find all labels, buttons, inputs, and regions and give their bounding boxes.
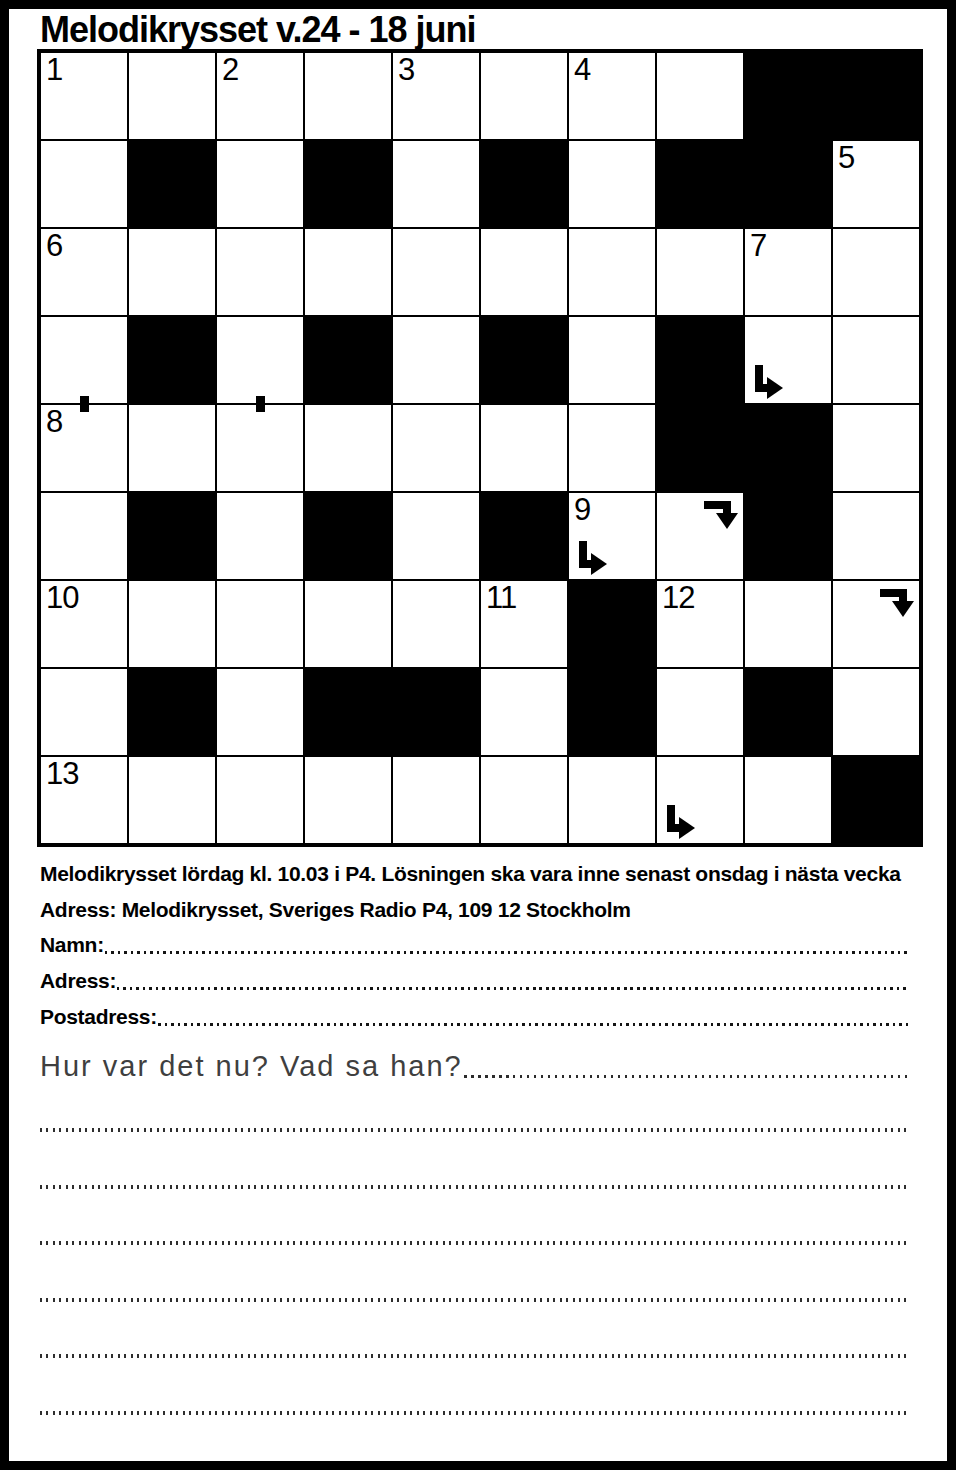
cell-r8c4[interactable]: [392, 756, 480, 844]
cell-r3c8[interactable]: [744, 316, 832, 404]
cell-r6c0[interactable]: 10: [40, 580, 128, 668]
clue-number-7: 7: [750, 230, 766, 263]
mailing-address-line: Adress: Melodikrysset, Sveriges Radio P4…: [40, 898, 631, 922]
clue-number-11: 11: [486, 582, 516, 615]
black-cell-r3c7: [656, 316, 744, 404]
cell-r5c4[interactable]: [392, 492, 480, 580]
crossword-grid: 12345678910111213: [37, 49, 923, 847]
black-cell-r0c9: [832, 52, 920, 140]
cell-r5c7[interactable]: [656, 492, 744, 580]
cell-r6c5[interactable]: 11: [480, 580, 568, 668]
cell-r4c9[interactable]: [832, 404, 920, 492]
clue-number-13: 13: [46, 758, 78, 791]
cell-r7c7[interactable]: [656, 668, 744, 756]
cell-r6c1[interactable]: [128, 580, 216, 668]
name-field-row: Namn:: [40, 932, 908, 957]
arrow-right-then-down-icon: [703, 496, 739, 532]
clue-number-3: 3: [398, 54, 414, 87]
cell-r2c0[interactable]: 6: [40, 228, 128, 316]
answer-write-in-line-3[interactable]: [40, 1241, 908, 1245]
cell-r4c3[interactable]: [304, 404, 392, 492]
cell-r3c4[interactable]: [392, 316, 480, 404]
black-cell-r3c5: [480, 316, 568, 404]
cell-r8c2[interactable]: [216, 756, 304, 844]
cell-r2c1[interactable]: [128, 228, 216, 316]
word-divider-tick: [80, 396, 89, 412]
black-cell-r7c4: [392, 668, 480, 756]
question-row: Hur var det nu? Vad sa han?: [40, 1050, 908, 1083]
cell-r4c0[interactable]: 8: [40, 404, 128, 492]
cell-r3c2[interactable]: [216, 316, 304, 404]
black-cell-r7c3: [304, 668, 392, 756]
clue-number-10: 10: [46, 582, 78, 615]
black-cell-r5c8: [744, 492, 832, 580]
cell-r4c5[interactable]: [480, 404, 568, 492]
answer-write-in-line-4[interactable]: [40, 1298, 908, 1302]
cell-r5c0[interactable]: [40, 492, 128, 580]
cell-r5c9[interactable]: [832, 492, 920, 580]
arrow-right-then-down-icon: [879, 584, 915, 620]
cell-r0c5[interactable]: [480, 52, 568, 140]
cell-r7c0[interactable]: [40, 668, 128, 756]
black-cell-r5c5: [480, 492, 568, 580]
cell-r4c1[interactable]: [128, 404, 216, 492]
cell-r5c6[interactable]: 9: [568, 492, 656, 580]
cell-r0c2[interactable]: 2: [216, 52, 304, 140]
black-cell-r3c3: [304, 316, 392, 404]
cell-r0c6[interactable]: 4: [568, 52, 656, 140]
clue-number-1: 1: [46, 54, 62, 87]
clue-number-6: 6: [46, 230, 62, 263]
cell-r1c4[interactable]: [392, 140, 480, 228]
arrow-down-then-right-icon: [574, 540, 610, 576]
black-cell-r7c8: [744, 668, 832, 756]
black-cell-r1c3: [304, 140, 392, 228]
cell-r2c7[interactable]: [656, 228, 744, 316]
postal-address-label: Postadress:: [40, 1004, 157, 1029]
cell-r1c6[interactable]: [568, 140, 656, 228]
arrow-down-then-right-icon: [750, 364, 786, 400]
address-write-in-line[interactable]: [117, 987, 908, 990]
black-cell-r7c1: [128, 668, 216, 756]
cell-r2c4[interactable]: [392, 228, 480, 316]
black-cell-r8c9: [832, 756, 920, 844]
cell-r0c3[interactable]: [304, 52, 392, 140]
cell-r2c5[interactable]: [480, 228, 568, 316]
answer-write-in-line-1[interactable]: [40, 1128, 908, 1132]
clue-number-2: 2: [222, 54, 238, 87]
black-cell-r5c1: [128, 492, 216, 580]
postal-field-row: Postadress:: [40, 1004, 908, 1029]
cell-r3c6[interactable]: [568, 316, 656, 404]
postal-write-in-line[interactable]: [158, 1023, 908, 1026]
cell-r6c7[interactable]: 12: [656, 580, 744, 668]
black-cell-r0c8: [744, 52, 832, 140]
cell-r5c2[interactable]: [216, 492, 304, 580]
cell-r0c4[interactable]: 3: [392, 52, 480, 140]
clue-number-8: 8: [46, 406, 62, 439]
cell-r7c9[interactable]: [832, 668, 920, 756]
clue-number-5: 5: [838, 142, 854, 175]
word-divider-tick: [256, 396, 265, 412]
cell-r2c8[interactable]: 7: [744, 228, 832, 316]
cell-r0c7[interactable]: [656, 52, 744, 140]
cell-r8c6[interactable]: [568, 756, 656, 844]
clue-number-4: 4: [574, 54, 590, 87]
clue-number-9: 9: [574, 494, 590, 527]
question-text: Hur var det nu? Vad sa han?: [40, 1050, 463, 1083]
cell-r4c2[interactable]: [216, 404, 304, 492]
cell-r0c1[interactable]: [128, 52, 216, 140]
cell-r3c9[interactable]: [832, 316, 920, 404]
question-write-in-line[interactable]: [464, 1075, 908, 1078]
cell-r2c6[interactable]: [568, 228, 656, 316]
cell-r6c2[interactable]: [216, 580, 304, 668]
name-write-in-line[interactable]: [105, 951, 908, 954]
cell-r7c5[interactable]: [480, 668, 568, 756]
cell-r3c0[interactable]: [40, 316, 128, 404]
black-cell-r3c1: [128, 316, 216, 404]
cell-r6c4[interactable]: [392, 580, 480, 668]
cell-r8c7[interactable]: [656, 756, 744, 844]
cell-r4c6[interactable]: [568, 404, 656, 492]
cell-r6c8[interactable]: [744, 580, 832, 668]
cell-r1c0[interactable]: [40, 140, 128, 228]
black-cell-r6c6: [568, 580, 656, 668]
black-cell-r4c8: [744, 404, 832, 492]
cell-r8c1[interactable]: [128, 756, 216, 844]
broadcast-info-line: Melodikrysset lördag kl. 10.03 i P4. Lös…: [40, 862, 901, 886]
black-cell-r1c7: [656, 140, 744, 228]
cell-r2c3[interactable]: [304, 228, 392, 316]
answer-write-in-line-5[interactable]: [40, 1354, 908, 1358]
address-field-row: Adress:: [40, 968, 908, 993]
cell-r2c9[interactable]: [832, 228, 920, 316]
puzzle-page: Melodikrysset v.24 - 18 juni 12345678910…: [0, 0, 960, 1472]
black-cell-r7c6: [568, 668, 656, 756]
page-title: Melodikrysset v.24 - 18 juni: [40, 9, 476, 51]
black-cell-r4c7: [656, 404, 744, 492]
answer-write-in-line-2[interactable]: [40, 1185, 908, 1189]
black-cell-r1c1: [128, 140, 216, 228]
cell-r0c0[interactable]: 1: [40, 52, 128, 140]
black-cell-r1c8: [744, 140, 832, 228]
cell-r1c9[interactable]: 5: [832, 140, 920, 228]
cell-r8c5[interactable]: [480, 756, 568, 844]
arrow-down-then-right-icon: [662, 804, 698, 840]
address-label: Adress:: [40, 968, 116, 993]
black-cell-r1c5: [480, 140, 568, 228]
clue-number-12: 12: [662, 582, 694, 615]
cell-r8c3[interactable]: [304, 756, 392, 844]
cell-r4c4[interactable]: [392, 404, 480, 492]
cell-r6c9[interactable]: [832, 580, 920, 668]
cell-r8c8[interactable]: [744, 756, 832, 844]
answer-write-in-line-6[interactable]: [40, 1411, 908, 1415]
name-label: Namn:: [40, 932, 104, 957]
cell-r7c2[interactable]: [216, 668, 304, 756]
cell-r2c2[interactable]: [216, 228, 304, 316]
cell-r1c2[interactable]: [216, 140, 304, 228]
cell-r6c3[interactable]: [304, 580, 392, 668]
black-cell-r5c3: [304, 492, 392, 580]
cell-r8c0[interactable]: 13: [40, 756, 128, 844]
